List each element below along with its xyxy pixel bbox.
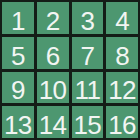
tile-10[interactable]: 10 <box>37 72 69 104</box>
tile-15[interactable]: 15 <box>72 106 104 138</box>
tile-13[interactable]: 13 <box>2 106 34 138</box>
tile-16[interactable]: 16 <box>106 106 138 138</box>
tile-9[interactable]: 9 <box>2 72 34 104</box>
tile-number: 8 <box>115 43 129 69</box>
tile-number: 4 <box>115 8 129 34</box>
tile-2[interactable]: 2 <box>37 2 69 34</box>
tile-11[interactable]: 11 <box>72 72 104 104</box>
tile-number: 3 <box>80 8 94 34</box>
tile-number: 6 <box>46 43 60 69</box>
tile-7[interactable]: 7 <box>72 37 104 69</box>
tile-number: 14 <box>39 112 67 138</box>
tile-number: 10 <box>39 77 67 103</box>
tile-number: 7 <box>80 43 94 69</box>
tile-number: 2 <box>46 8 60 34</box>
tile-4[interactable]: 4 <box>106 2 138 34</box>
tile-number: 16 <box>108 112 136 138</box>
tile-number: 9 <box>11 77 25 103</box>
tile-3[interactable]: 3 <box>72 2 104 34</box>
tile-number: 11 <box>74 77 100 103</box>
tile-number: 13 <box>4 112 32 138</box>
tile-12[interactable]: 12 <box>106 72 138 104</box>
tile-number: 1 <box>11 8 25 34</box>
tile-14[interactable]: 14 <box>37 106 69 138</box>
tile-6[interactable]: 6 <box>37 37 69 69</box>
tile-number: 5 <box>11 43 25 69</box>
tile-number: 12 <box>108 77 136 103</box>
tile-1[interactable]: 1 <box>2 2 34 34</box>
tile-5[interactable]: 5 <box>2 37 34 69</box>
puzzle-board: 12345678910111213141516 <box>0 0 140 140</box>
tile-number: 15 <box>73 112 101 138</box>
tile-8[interactable]: 8 <box>106 37 138 69</box>
